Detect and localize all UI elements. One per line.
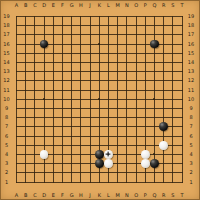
row-label-right: 17 bbox=[186, 30, 197, 39]
row-label-right: 14 bbox=[186, 58, 197, 67]
white-stone-D4 bbox=[40, 150, 49, 159]
col-label-bottom: O bbox=[132, 192, 141, 198]
col-label-bottom: H bbox=[76, 192, 85, 198]
col-label-bottom: L bbox=[104, 192, 113, 198]
row-label-right: 1 bbox=[186, 178, 197, 187]
star-point bbox=[98, 43, 100, 45]
row-label-left: 11 bbox=[1, 86, 12, 95]
white-stone-L3 bbox=[104, 159, 113, 168]
row-label-right: 18 bbox=[186, 21, 197, 30]
row-label-left: 3 bbox=[1, 159, 12, 168]
row-label-left: 15 bbox=[1, 49, 12, 58]
col-label-bottom: B bbox=[21, 192, 30, 198]
col-label-top: K bbox=[95, 2, 104, 8]
row-label-right: 13 bbox=[186, 67, 197, 76]
row-label-left: 6 bbox=[1, 132, 12, 141]
col-label-bottom: R bbox=[159, 192, 168, 198]
row-label-right: 6 bbox=[186, 132, 197, 141]
col-label-top: M bbox=[113, 2, 122, 8]
row-label-left: 17 bbox=[1, 30, 12, 39]
col-label-top: D bbox=[40, 2, 49, 8]
row-label-left: 2 bbox=[1, 168, 12, 177]
black-stone-K4 bbox=[95, 150, 104, 159]
row-label-left: 1 bbox=[1, 178, 12, 187]
col-label-top: O bbox=[132, 2, 141, 8]
row-label-left: 7 bbox=[1, 122, 12, 131]
star-point bbox=[43, 98, 45, 100]
row-label-right: 19 bbox=[186, 12, 197, 21]
col-label-bottom: M bbox=[113, 192, 122, 198]
col-label-top: A bbox=[12, 2, 21, 8]
col-label-top: J bbox=[86, 2, 95, 8]
col-label-bottom: N bbox=[122, 192, 131, 198]
row-label-right: 9 bbox=[186, 104, 197, 113]
col-label-top: B bbox=[21, 2, 30, 8]
black-stone-K3 bbox=[95, 159, 104, 168]
col-label-top: P bbox=[141, 2, 150, 8]
row-label-right: 12 bbox=[186, 76, 197, 85]
white-stone-L4 bbox=[104, 150, 113, 159]
row-label-right: 2 bbox=[186, 168, 197, 177]
col-label-top: H bbox=[76, 2, 85, 8]
col-label-top: T bbox=[178, 2, 187, 8]
row-label-right: 7 bbox=[186, 122, 197, 131]
row-label-right: 4 bbox=[186, 150, 197, 159]
row-label-left: 5 bbox=[1, 141, 12, 150]
row-label-left: 10 bbox=[1, 95, 12, 104]
col-label-bottom: G bbox=[67, 192, 76, 198]
col-label-bottom: T bbox=[178, 192, 187, 198]
col-label-top: S bbox=[168, 2, 177, 8]
row-label-right: 5 bbox=[186, 141, 197, 150]
row-label-left: 19 bbox=[1, 12, 12, 21]
row-label-right: 10 bbox=[186, 95, 197, 104]
black-stone-D16 bbox=[40, 40, 49, 49]
star-point bbox=[98, 98, 100, 100]
row-label-left: 18 bbox=[1, 21, 12, 30]
row-label-left: 16 bbox=[1, 40, 12, 49]
col-label-bottom: P bbox=[141, 192, 150, 198]
col-label-top: L bbox=[104, 2, 113, 8]
row-label-right: 15 bbox=[186, 49, 197, 58]
black-stone-Q16 bbox=[150, 40, 159, 49]
col-label-top: F bbox=[58, 2, 67, 8]
row-label-left: 12 bbox=[1, 76, 12, 85]
star-point bbox=[153, 153, 155, 155]
row-label-left: 14 bbox=[1, 58, 12, 67]
star-point bbox=[153, 98, 155, 100]
col-label-top: N bbox=[122, 2, 131, 8]
go-board: AABBCCDDEEFFGGHHJJKKLLMMNNOOPPQQRRSSTT19… bbox=[0, 0, 200, 200]
row-label-left: 13 bbox=[1, 67, 12, 76]
white-stone-P4 bbox=[141, 150, 150, 159]
white-stone-P3 bbox=[141, 159, 150, 168]
col-label-top: C bbox=[30, 2, 39, 8]
black-stone-R7 bbox=[159, 122, 168, 131]
last-move-marker bbox=[106, 152, 111, 157]
row-label-right: 16 bbox=[186, 40, 197, 49]
col-label-bottom: Q bbox=[150, 192, 159, 198]
row-label-right: 3 bbox=[186, 159, 197, 168]
col-label-bottom: D bbox=[40, 192, 49, 198]
col-label-top: Q bbox=[150, 2, 159, 8]
row-label-left: 9 bbox=[1, 104, 12, 113]
col-label-top: G bbox=[67, 2, 76, 8]
col-label-bottom: K bbox=[95, 192, 104, 198]
col-label-bottom: F bbox=[58, 192, 67, 198]
row-label-right: 8 bbox=[186, 113, 197, 122]
go-board-grid[interactable] bbox=[12, 12, 187, 187]
col-label-bottom: E bbox=[49, 192, 58, 198]
col-label-bottom: C bbox=[30, 192, 39, 198]
row-label-right: 11 bbox=[186, 86, 197, 95]
white-stone-R5 bbox=[159, 141, 168, 150]
col-label-top: E bbox=[49, 2, 58, 8]
col-label-bottom: J bbox=[86, 192, 95, 198]
row-label-left: 8 bbox=[1, 113, 12, 122]
col-label-bottom: A bbox=[12, 192, 21, 198]
col-label-top: R bbox=[159, 2, 168, 8]
row-label-left: 4 bbox=[1, 150, 12, 159]
col-label-bottom: S bbox=[168, 192, 177, 198]
black-stone-Q3 bbox=[150, 159, 159, 168]
